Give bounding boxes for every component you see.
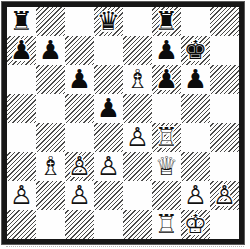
white-pawn-piece: ♙	[184, 181, 207, 210]
square-h3	[210, 152, 239, 181]
square-e2	[123, 181, 152, 210]
white-queen-piece: ♕	[155, 152, 178, 181]
square-d4	[94, 123, 123, 152]
square-a1	[7, 210, 36, 239]
square-d5: ♟	[94, 94, 123, 123]
square-b1	[36, 210, 65, 239]
black-pawn-piece: ♟	[184, 65, 207, 94]
square-f6: ♟	[152, 65, 181, 94]
square-h1	[210, 210, 239, 239]
square-h2: ♙	[210, 181, 239, 210]
square-a2: ♙	[7, 181, 36, 210]
white-pawn-piece: ♙	[213, 181, 236, 210]
square-d1	[94, 210, 123, 239]
chess-board: ♜♛♜♟♟♟♚♟♗♟♟♟♙♖♗♙♙♕♙♙♙♙♖♔	[7, 7, 239, 239]
square-c4	[65, 123, 94, 152]
square-d8: ♛	[94, 7, 123, 36]
square-f2	[152, 181, 181, 210]
square-b6	[36, 65, 65, 94]
square-b8	[36, 7, 65, 36]
square-a7: ♟	[7, 36, 36, 65]
scan-artifact-line	[6, 246, 244, 247]
square-d7	[94, 36, 123, 65]
square-g2: ♙	[181, 181, 210, 210]
square-e8	[123, 7, 152, 36]
black-rook-piece: ♜	[10, 7, 33, 36]
square-d2	[94, 181, 123, 210]
square-g3	[181, 152, 210, 181]
black-pawn-piece: ♟	[155, 36, 178, 65]
square-h5	[210, 94, 239, 123]
square-e6: ♗	[123, 65, 152, 94]
white-pawn-piece: ♙	[97, 152, 120, 181]
white-rook-piece: ♖	[155, 210, 178, 239]
square-e7	[123, 36, 152, 65]
square-f4: ♖	[152, 123, 181, 152]
square-h4	[210, 123, 239, 152]
square-g5	[181, 94, 210, 123]
square-c1	[65, 210, 94, 239]
white-bishop-piece: ♗	[39, 152, 62, 181]
square-d6	[94, 65, 123, 94]
square-g6: ♟	[181, 65, 210, 94]
square-a8: ♜	[7, 7, 36, 36]
white-pawn-piece: ♙	[68, 181, 91, 210]
square-d3: ♙	[94, 152, 123, 181]
square-g4	[181, 123, 210, 152]
square-f1: ♖	[152, 210, 181, 239]
square-b7: ♟	[36, 36, 65, 65]
square-g1: ♔	[181, 210, 210, 239]
black-queen-piece: ♛	[97, 7, 120, 36]
white-pawn-piece: ♙	[10, 181, 33, 210]
white-bishop-piece: ♗	[126, 65, 149, 94]
white-king-piece: ♔	[184, 210, 207, 239]
white-rook-piece: ♖	[155, 123, 178, 152]
square-a5	[7, 94, 36, 123]
square-b2	[36, 181, 65, 210]
square-f8: ♜	[152, 7, 181, 36]
black-king-piece: ♚	[184, 36, 207, 65]
board-frame: ♜♛♜♟♟♟♚♟♗♟♟♟♙♖♗♙♙♕♙♙♙♙♖♔	[2, 2, 244, 244]
square-c5	[65, 94, 94, 123]
square-h8	[210, 7, 239, 36]
square-b5	[36, 94, 65, 123]
square-g8	[181, 7, 210, 36]
white-pawn-piece: ♙	[68, 152, 91, 181]
square-f5	[152, 94, 181, 123]
square-h7	[210, 36, 239, 65]
white-pawn-piece: ♙	[126, 123, 149, 152]
square-c7	[65, 36, 94, 65]
black-pawn-piece: ♟	[97, 94, 120, 123]
square-c6: ♟	[65, 65, 94, 94]
black-pawn-piece: ♟	[155, 65, 178, 94]
square-b4	[36, 123, 65, 152]
square-f3: ♕	[152, 152, 181, 181]
black-pawn-piece: ♟	[68, 65, 91, 94]
square-e4: ♙	[123, 123, 152, 152]
square-g7: ♚	[181, 36, 210, 65]
square-a6	[7, 65, 36, 94]
square-e5	[123, 94, 152, 123]
square-a3	[7, 152, 36, 181]
square-e1	[123, 210, 152, 239]
square-c3: ♙	[65, 152, 94, 181]
square-h6	[210, 65, 239, 94]
black-pawn-piece: ♟	[10, 36, 33, 65]
square-a4	[7, 123, 36, 152]
square-c2: ♙	[65, 181, 94, 210]
square-c8	[65, 7, 94, 36]
square-e3	[123, 152, 152, 181]
black-rook-piece: ♜	[155, 7, 178, 36]
square-b3: ♗	[36, 152, 65, 181]
square-f7: ♟	[152, 36, 181, 65]
black-pawn-piece: ♟	[39, 36, 62, 65]
